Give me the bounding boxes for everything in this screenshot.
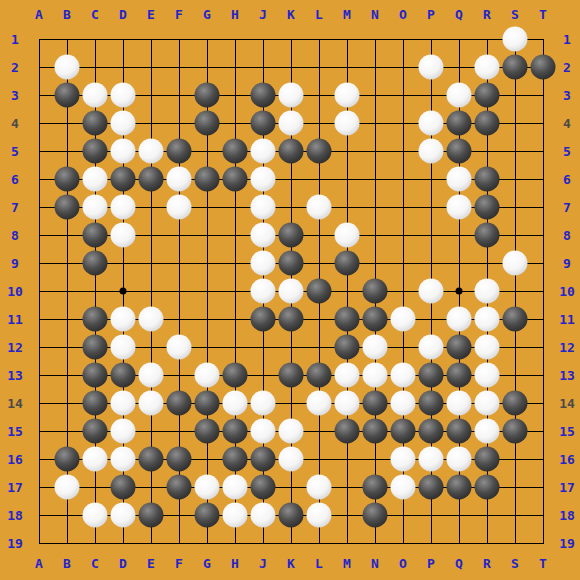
stone-white-Q6[interactable] bbox=[447, 167, 472, 192]
stone-black-J3[interactable] bbox=[251, 83, 276, 108]
stone-white-Q7[interactable] bbox=[447, 195, 472, 220]
stone-black-N17[interactable] bbox=[363, 475, 388, 500]
stone-white-P12[interactable] bbox=[419, 335, 444, 360]
stone-white-L18[interactable] bbox=[307, 503, 332, 528]
stone-black-N14[interactable] bbox=[363, 391, 388, 416]
col-label-bottom-S: S bbox=[511, 557, 519, 570]
stone-black-L5[interactable] bbox=[307, 139, 332, 164]
stone-black-R3[interactable] bbox=[475, 83, 500, 108]
stone-black-J17[interactable] bbox=[251, 475, 276, 500]
stone-black-C5[interactable] bbox=[83, 139, 108, 164]
stone-white-F12[interactable] bbox=[167, 335, 192, 360]
stone-white-C7[interactable] bbox=[83, 195, 108, 220]
stone-white-M4[interactable] bbox=[335, 111, 360, 136]
stone-white-D4[interactable] bbox=[111, 111, 136, 136]
stone-white-O11[interactable] bbox=[391, 307, 416, 332]
stone-black-G18[interactable] bbox=[195, 503, 220, 528]
stone-black-P15[interactable] bbox=[419, 419, 444, 444]
stone-black-H16[interactable] bbox=[223, 447, 248, 472]
stone-black-J16[interactable] bbox=[251, 447, 276, 472]
row-label-left-14: 14 bbox=[7, 397, 23, 410]
row-label-left-19: 19 bbox=[7, 537, 23, 550]
stone-white-O13[interactable] bbox=[391, 363, 416, 388]
stone-black-G4[interactable] bbox=[195, 111, 220, 136]
row-label-right-1: 1 bbox=[563, 33, 571, 46]
stone-black-L10[interactable] bbox=[307, 279, 332, 304]
stone-black-P13[interactable] bbox=[419, 363, 444, 388]
stone-black-O15[interactable] bbox=[391, 419, 416, 444]
stone-white-E11[interactable] bbox=[139, 307, 164, 332]
stone-black-Q17[interactable] bbox=[447, 475, 472, 500]
go-board: AA11BB22CC33DD44EE55FF66GG77HH88JJ99KK10… bbox=[0, 0, 580, 580]
stone-black-Q12[interactable] bbox=[447, 335, 472, 360]
stone-black-S14[interactable] bbox=[503, 391, 528, 416]
stone-white-M14[interactable] bbox=[335, 391, 360, 416]
stone-white-B2[interactable] bbox=[55, 55, 80, 80]
stone-black-F14[interactable] bbox=[167, 391, 192, 416]
stone-black-R7[interactable] bbox=[475, 195, 500, 220]
stone-white-R12[interactable] bbox=[475, 335, 500, 360]
stone-black-J11[interactable] bbox=[251, 307, 276, 332]
stone-black-F16[interactable] bbox=[167, 447, 192, 472]
row-label-left-5: 5 bbox=[11, 145, 19, 158]
row-label-left-8: 8 bbox=[11, 229, 19, 242]
row-label-left-1: 1 bbox=[11, 33, 19, 46]
stone-white-D8[interactable] bbox=[111, 223, 136, 248]
stone-white-Q16[interactable] bbox=[447, 447, 472, 472]
col-label-top-K: K bbox=[287, 8, 295, 21]
stone-white-R11[interactable] bbox=[475, 307, 500, 332]
stone-white-D7[interactable] bbox=[111, 195, 136, 220]
stone-black-H5[interactable] bbox=[223, 139, 248, 164]
col-label-bottom-R: R bbox=[483, 557, 491, 570]
star-point-Q10 bbox=[456, 288, 463, 295]
stone-white-F6[interactable] bbox=[167, 167, 192, 192]
row-label-right-5: 5 bbox=[563, 145, 571, 158]
stone-white-E5[interactable] bbox=[139, 139, 164, 164]
col-label-bottom-C: C bbox=[91, 557, 99, 570]
col-label-bottom-K: K bbox=[287, 557, 295, 570]
stone-white-E14[interactable] bbox=[139, 391, 164, 416]
stone-white-K10[interactable] bbox=[279, 279, 304, 304]
col-label-top-P: P bbox=[427, 8, 435, 21]
row-label-right-4: 4 bbox=[563, 117, 571, 130]
col-label-bottom-M: M bbox=[343, 557, 351, 570]
star-point-D10 bbox=[120, 288, 127, 295]
col-label-top-B: B bbox=[63, 8, 71, 21]
grid-vline-T bbox=[543, 39, 544, 544]
row-label-right-3: 3 bbox=[563, 89, 571, 102]
stone-white-D3[interactable] bbox=[111, 83, 136, 108]
stone-black-R17[interactable] bbox=[475, 475, 500, 500]
stone-white-R10[interactable] bbox=[475, 279, 500, 304]
stone-white-H14[interactable] bbox=[223, 391, 248, 416]
col-label-top-G: G bbox=[203, 8, 211, 21]
row-label-left-18: 18 bbox=[7, 509, 23, 522]
row-label-left-12: 12 bbox=[7, 341, 23, 354]
stone-white-P5[interactable] bbox=[419, 139, 444, 164]
row-label-right-18: 18 bbox=[559, 509, 575, 522]
stone-white-J8[interactable] bbox=[251, 223, 276, 248]
col-label-bottom-A: A bbox=[35, 557, 43, 570]
col-label-bottom-N: N bbox=[371, 557, 379, 570]
stone-white-P4[interactable] bbox=[419, 111, 444, 136]
stone-black-N10[interactable] bbox=[363, 279, 388, 304]
row-label-right-10: 10 bbox=[559, 285, 575, 298]
stone-white-K4[interactable] bbox=[279, 111, 304, 136]
stone-white-D15[interactable] bbox=[111, 419, 136, 444]
col-label-bottom-Q: Q bbox=[455, 557, 463, 570]
grid-vline-S bbox=[515, 39, 516, 544]
stone-white-M3[interactable] bbox=[335, 83, 360, 108]
stone-black-C9[interactable] bbox=[83, 251, 108, 276]
stone-black-L13[interactable] bbox=[307, 363, 332, 388]
stone-white-K3[interactable] bbox=[279, 83, 304, 108]
stone-white-D16[interactable] bbox=[111, 447, 136, 472]
stone-white-J10[interactable] bbox=[251, 279, 276, 304]
stone-black-P17[interactable] bbox=[419, 475, 444, 500]
stone-black-G14[interactable] bbox=[195, 391, 220, 416]
stone-white-J9[interactable] bbox=[251, 251, 276, 276]
col-label-bottom-J: J bbox=[259, 557, 267, 570]
stone-black-C4[interactable] bbox=[83, 111, 108, 136]
col-label-top-L: L bbox=[315, 8, 323, 21]
stone-black-C8[interactable] bbox=[83, 223, 108, 248]
row-label-right-15: 15 bbox=[559, 425, 575, 438]
row-label-left-16: 16 bbox=[7, 453, 23, 466]
stone-black-B16[interactable] bbox=[55, 447, 80, 472]
stone-white-E13[interactable] bbox=[139, 363, 164, 388]
stone-black-S11[interactable] bbox=[503, 307, 528, 332]
stone-white-C16[interactable] bbox=[83, 447, 108, 472]
col-label-top-S: S bbox=[511, 8, 519, 21]
col-label-bottom-D: D bbox=[119, 557, 127, 570]
col-label-top-D: D bbox=[119, 8, 127, 21]
col-label-top-M: M bbox=[343, 8, 351, 21]
stone-white-R13[interactable] bbox=[475, 363, 500, 388]
row-label-left-17: 17 bbox=[7, 481, 23, 494]
stone-black-J4[interactable] bbox=[251, 111, 276, 136]
stone-black-K11[interactable] bbox=[279, 307, 304, 332]
stone-white-F7[interactable] bbox=[167, 195, 192, 220]
row-label-right-6: 6 bbox=[563, 173, 571, 186]
stone-black-K13[interactable] bbox=[279, 363, 304, 388]
stone-black-K5[interactable] bbox=[279, 139, 304, 164]
col-label-bottom-E: E bbox=[147, 557, 155, 570]
row-label-left-13: 13 bbox=[7, 369, 23, 382]
row-label-right-8: 8 bbox=[563, 229, 571, 242]
col-label-top-H: H bbox=[231, 8, 239, 21]
stone-white-D5[interactable] bbox=[111, 139, 136, 164]
col-label-top-A: A bbox=[35, 8, 43, 21]
stone-black-C12[interactable] bbox=[83, 335, 108, 360]
stone-white-P10[interactable] bbox=[419, 279, 444, 304]
stone-black-G6[interactable] bbox=[195, 167, 220, 192]
row-label-right-9: 9 bbox=[563, 257, 571, 270]
stone-black-M11[interactable] bbox=[335, 307, 360, 332]
stone-black-K8[interactable] bbox=[279, 223, 304, 248]
col-label-bottom-T: T bbox=[539, 557, 547, 570]
row-label-right-14: 14 bbox=[559, 397, 575, 410]
stone-white-K15[interactable] bbox=[279, 419, 304, 444]
stone-black-K18[interactable] bbox=[279, 503, 304, 528]
stone-black-S15[interactable] bbox=[503, 419, 528, 444]
stone-white-Q14[interactable] bbox=[447, 391, 472, 416]
row-label-right-13: 13 bbox=[559, 369, 575, 382]
stone-white-S9[interactable] bbox=[503, 251, 528, 276]
row-label-left-3: 3 bbox=[11, 89, 19, 102]
stone-white-R14[interactable] bbox=[475, 391, 500, 416]
stone-white-M8[interactable] bbox=[335, 223, 360, 248]
stone-white-O17[interactable] bbox=[391, 475, 416, 500]
stone-black-D6[interactable] bbox=[111, 167, 136, 192]
stone-black-N15[interactable] bbox=[363, 419, 388, 444]
stone-black-H13[interactable] bbox=[223, 363, 248, 388]
stone-white-G13[interactable] bbox=[195, 363, 220, 388]
stone-black-F5[interactable] bbox=[167, 139, 192, 164]
row-label-left-6: 6 bbox=[11, 173, 19, 186]
stone-white-Q11[interactable] bbox=[447, 307, 472, 332]
stone-black-R8[interactable] bbox=[475, 223, 500, 248]
row-label-left-15: 15 bbox=[7, 425, 23, 438]
col-label-bottom-F: F bbox=[175, 557, 183, 570]
stone-white-D18[interactable] bbox=[111, 503, 136, 528]
col-label-top-N: N bbox=[371, 8, 379, 21]
stone-white-H18[interactable] bbox=[223, 503, 248, 528]
stone-black-C14[interactable] bbox=[83, 391, 108, 416]
stone-black-H6[interactable] bbox=[223, 167, 248, 192]
stone-white-P16[interactable] bbox=[419, 447, 444, 472]
stone-white-O16[interactable] bbox=[391, 447, 416, 472]
stone-black-M12[interactable] bbox=[335, 335, 360, 360]
stone-black-K9[interactable] bbox=[279, 251, 304, 276]
row-label-left-2: 2 bbox=[11, 61, 19, 74]
stone-black-M15[interactable] bbox=[335, 419, 360, 444]
stone-white-Q3[interactable] bbox=[447, 83, 472, 108]
stone-black-C13[interactable] bbox=[83, 363, 108, 388]
stone-black-C15[interactable] bbox=[83, 419, 108, 444]
row-label-left-9: 9 bbox=[11, 257, 19, 270]
stone-white-C18[interactable] bbox=[83, 503, 108, 528]
row-label-right-2: 2 bbox=[563, 61, 571, 74]
col-label-top-O: O bbox=[399, 8, 407, 21]
stone-white-D12[interactable] bbox=[111, 335, 136, 360]
stone-black-Q5[interactable] bbox=[447, 139, 472, 164]
stone-black-N11[interactable] bbox=[363, 307, 388, 332]
row-label-right-17: 17 bbox=[559, 481, 575, 494]
stone-white-M13[interactable] bbox=[335, 363, 360, 388]
stone-black-H15[interactable] bbox=[223, 419, 248, 444]
col-label-top-C: C bbox=[91, 8, 99, 21]
stone-white-G17[interactable] bbox=[195, 475, 220, 500]
row-label-left-10: 10 bbox=[7, 285, 23, 298]
stone-black-D17[interactable] bbox=[111, 475, 136, 500]
col-label-bottom-H: H bbox=[231, 557, 239, 570]
stone-black-F17[interactable] bbox=[167, 475, 192, 500]
col-label-top-Q: Q bbox=[455, 8, 463, 21]
col-label-bottom-O: O bbox=[399, 557, 407, 570]
stone-black-E16[interactable] bbox=[139, 447, 164, 472]
stone-white-L7[interactable] bbox=[307, 195, 332, 220]
col-label-top-E: E bbox=[147, 8, 155, 21]
stone-white-B17[interactable] bbox=[55, 475, 80, 500]
stone-white-L17[interactable] bbox=[307, 475, 332, 500]
row-label-left-11: 11 bbox=[7, 313, 23, 326]
stone-white-D14[interactable] bbox=[111, 391, 136, 416]
row-label-left-7: 7 bbox=[11, 201, 19, 214]
stone-black-P14[interactable] bbox=[419, 391, 444, 416]
col-label-bottom-L: L bbox=[315, 557, 323, 570]
stone-white-J7[interactable] bbox=[251, 195, 276, 220]
row-label-right-7: 7 bbox=[563, 201, 571, 214]
stone-white-S1[interactable] bbox=[503, 27, 528, 52]
stone-white-J5[interactable] bbox=[251, 139, 276, 164]
stone-white-O14[interactable] bbox=[391, 391, 416, 416]
stone-black-T2[interactable] bbox=[531, 55, 556, 80]
stone-black-Q13[interactable] bbox=[447, 363, 472, 388]
col-label-bottom-G: G bbox=[203, 557, 211, 570]
stone-white-D11[interactable] bbox=[111, 307, 136, 332]
stone-white-K16[interactable] bbox=[279, 447, 304, 472]
stone-white-J14[interactable] bbox=[251, 391, 276, 416]
row-label-right-16: 16 bbox=[559, 453, 575, 466]
stone-black-G15[interactable] bbox=[195, 419, 220, 444]
stone-white-J6[interactable] bbox=[251, 167, 276, 192]
stone-black-G3[interactable] bbox=[195, 83, 220, 108]
stone-black-B6[interactable] bbox=[55, 167, 80, 192]
stone-white-L14[interactable] bbox=[307, 391, 332, 416]
stone-black-D13[interactable] bbox=[111, 363, 136, 388]
stone-white-C6[interactable] bbox=[83, 167, 108, 192]
stone-black-Q4[interactable] bbox=[447, 111, 472, 136]
stone-black-R4[interactable] bbox=[475, 111, 500, 136]
stone-black-E18[interactable] bbox=[139, 503, 164, 528]
stone-black-B3[interactable] bbox=[55, 83, 80, 108]
col-label-top-T: T bbox=[539, 8, 547, 21]
stone-black-B7[interactable] bbox=[55, 195, 80, 220]
stone-white-H17[interactable] bbox=[223, 475, 248, 500]
stone-black-M9[interactable] bbox=[335, 251, 360, 276]
stone-black-E6[interactable] bbox=[139, 167, 164, 192]
row-label-right-19: 19 bbox=[559, 537, 575, 550]
stone-white-N12[interactable] bbox=[363, 335, 388, 360]
stone-white-J18[interactable] bbox=[251, 503, 276, 528]
stone-white-N13[interactable] bbox=[363, 363, 388, 388]
col-label-top-F: F bbox=[175, 8, 183, 21]
col-label-top-R: R bbox=[483, 8, 491, 21]
stone-white-R15[interactable] bbox=[475, 419, 500, 444]
grid-hline-19 bbox=[39, 543, 544, 544]
stone-black-R6[interactable] bbox=[475, 167, 500, 192]
stone-black-N18[interactable] bbox=[363, 503, 388, 528]
col-label-top-J: J bbox=[259, 8, 267, 21]
row-label-left-4: 4 bbox=[11, 117, 19, 130]
stone-white-P2[interactable] bbox=[419, 55, 444, 80]
stone-black-C11[interactable] bbox=[83, 307, 108, 332]
stone-white-C3[interactable] bbox=[83, 83, 108, 108]
row-label-right-11: 11 bbox=[559, 313, 575, 326]
stone-white-J15[interactable] bbox=[251, 419, 276, 444]
stone-black-S2[interactable] bbox=[503, 55, 528, 80]
col-label-bottom-P: P bbox=[427, 557, 435, 570]
stone-white-R2[interactable] bbox=[475, 55, 500, 80]
stone-black-R16[interactable] bbox=[475, 447, 500, 472]
col-label-bottom-B: B bbox=[63, 557, 71, 570]
stone-black-Q15[interactable] bbox=[447, 419, 472, 444]
row-label-right-12: 12 bbox=[559, 341, 575, 354]
